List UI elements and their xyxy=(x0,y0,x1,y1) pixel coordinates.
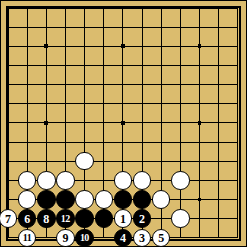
move-number-label: 2 xyxy=(139,213,145,225)
black-stone xyxy=(56,190,74,208)
move-number-label: 10 xyxy=(80,233,89,243)
move-number-label: 7 xyxy=(5,213,11,225)
move-number-label: 3 xyxy=(139,232,145,244)
move-number-label: 8 xyxy=(43,213,49,225)
white-stone xyxy=(18,190,36,208)
white-stone-move-1: 1 xyxy=(114,209,132,227)
black-stone-move-4: 4 xyxy=(114,229,132,247)
black-stone-move-12: 12 xyxy=(56,209,74,227)
go-diagram: 768121211910435 xyxy=(0,0,247,247)
move-number-label: 11 xyxy=(23,233,31,243)
black-stone-move-10: 10 xyxy=(75,229,93,247)
move-number-label: 12 xyxy=(61,214,70,224)
white-stone xyxy=(133,171,151,189)
move-number-label: 1 xyxy=(120,213,126,225)
black-stone-move-2: 2 xyxy=(133,209,151,227)
black-stone xyxy=(37,190,55,208)
white-stone xyxy=(114,171,132,189)
move-number-label: 4 xyxy=(120,232,126,244)
white-stone xyxy=(56,171,74,189)
move-number-label: 6 xyxy=(24,213,30,225)
black-stone-move-8: 8 xyxy=(37,209,55,227)
white-stone xyxy=(152,190,170,208)
black-stone xyxy=(75,209,93,227)
black-stone xyxy=(133,190,151,208)
move-number-label: 5 xyxy=(158,232,164,244)
white-stone xyxy=(75,190,93,208)
white-stone-move-3: 3 xyxy=(133,229,151,247)
white-stone xyxy=(171,171,189,189)
white-stone-move-9: 9 xyxy=(56,229,74,247)
black-stone xyxy=(114,190,132,208)
black-stone xyxy=(95,209,113,227)
white-stone xyxy=(18,171,36,189)
move-number-label: 9 xyxy=(63,232,69,244)
white-stone xyxy=(95,190,113,208)
white-stone xyxy=(37,171,55,189)
white-stone xyxy=(171,209,189,227)
